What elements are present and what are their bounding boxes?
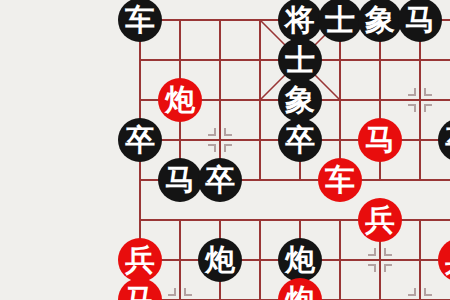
grid-line-vertical	[339, 19, 341, 181]
piece-black-advisor[interactable]: 士	[278, 38, 322, 82]
xiangqi-board[interactable]: 车将士象马士炮象卒卒马卒马卒车兵兵炮炮兵马炮	[0, 0, 450, 300]
screenshot-root: 车将士象马士炮象卒卒马卒马卒车兵兵炮炮兵马炮	[0, 0, 450, 300]
piece-black-general[interactable]: 将	[278, 0, 322, 42]
point-marker	[424, 104, 432, 112]
point-marker	[224, 128, 232, 136]
piece-black-horse[interactable]: 马	[398, 0, 442, 42]
piece-red-soldier[interactable]: 兵	[358, 198, 402, 242]
piece-black-cannon[interactable]: 炮	[198, 238, 242, 282]
piece-red-soldier[interactable]: 兵	[118, 238, 162, 282]
point-marker	[208, 144, 216, 152]
piece-black-soldier[interactable]: 卒	[198, 158, 242, 202]
point-marker	[408, 88, 416, 96]
point-marker	[408, 288, 416, 296]
grid-line-vertical	[419, 19, 421, 181]
grid-line-vertical	[259, 19, 261, 181]
point-marker	[168, 288, 176, 296]
point-marker	[224, 144, 232, 152]
grid-line-vertical	[339, 219, 341, 300]
piece-black-advisor[interactable]: 士	[318, 0, 362, 42]
piece-red-cannon[interactable]: 炮	[158, 78, 202, 122]
piece-red-chariot[interactable]: 车	[318, 158, 362, 202]
piece-black-soldier[interactable]: 卒	[278, 118, 322, 162]
piece-red-cannon[interactable]: 炮	[278, 278, 322, 300]
grid-line-horizontal	[139, 219, 450, 221]
point-marker	[368, 248, 376, 256]
piece-red-horse[interactable]: 马	[358, 118, 402, 162]
piece-red-soldier[interactable]: 兵	[438, 238, 450, 282]
point-marker	[424, 288, 432, 296]
point-marker	[424, 88, 432, 96]
point-marker	[384, 248, 392, 256]
grid-line-vertical	[179, 219, 181, 300]
point-marker	[208, 128, 216, 136]
point-marker	[408, 104, 416, 112]
piece-black-elephant[interactable]: 象	[358, 0, 402, 42]
piece-black-elephant[interactable]: 象	[278, 78, 322, 122]
piece-black-soldier[interactable]: 卒	[118, 118, 162, 162]
piece-black-horse[interactable]: 马	[158, 158, 202, 202]
point-marker	[184, 288, 192, 296]
grid-line-vertical	[219, 19, 221, 181]
grid-line-vertical	[259, 219, 261, 300]
point-marker	[368, 264, 376, 272]
piece-black-soldier[interactable]: 卒	[438, 118, 450, 162]
point-marker	[384, 264, 392, 272]
piece-black-cannon[interactable]: 炮	[278, 238, 322, 282]
grid-line-vertical	[419, 219, 421, 300]
piece-black-chariot[interactable]: 车	[118, 0, 162, 42]
piece-red-horse[interactable]: 马	[118, 278, 162, 300]
